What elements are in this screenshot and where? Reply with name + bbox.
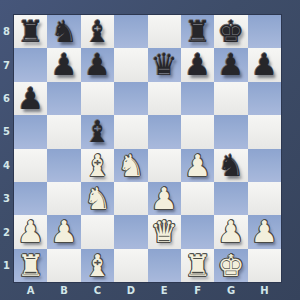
square-c5[interactable]: ♝ [81,115,114,148]
file-label-d: D [114,282,147,298]
square-b1[interactable] [47,249,80,282]
square-e4[interactable] [148,149,181,182]
piece-black-pawn-a6: ♟ [14,82,47,115]
piece-white-rook-f1: ♜ [181,249,214,282]
file-label-f: F [181,282,214,298]
square-g1[interactable]: ♚ [214,249,247,282]
square-h1[interactable] [248,249,281,282]
square-d5[interactable] [114,115,147,148]
square-c4[interactable]: ♝ [81,149,114,182]
square-a5[interactable] [14,115,47,148]
file-label-b: B [47,282,80,298]
square-g4[interactable]: ♞ [214,149,247,182]
square-d1[interactable] [114,249,147,282]
piece-black-queen-e7: ♛ [148,48,181,81]
piece-black-bishop-c5: ♝ [81,115,114,148]
square-h8[interactable] [248,15,281,48]
square-f2[interactable] [181,215,214,248]
piece-black-rook-f8: ♜ [181,15,214,48]
rank-label-1: 1 [0,249,13,282]
rank-label-4: 4 [0,149,13,182]
square-f3[interactable] [181,182,214,215]
rank-label-3: 3 [0,182,13,215]
piece-white-rook-a1: ♜ [14,249,47,282]
square-d7[interactable] [114,48,147,81]
piece-white-knight-c3: ♞ [81,182,114,215]
chess-board-frame: 87654321 ♜♞♝♜♚♟♟♛♟♟♟♟♝♝♞♟♞♞♟♟♟♛♟♟♜♝♜♚ AB… [0,0,300,300]
square-e6[interactable] [148,82,181,115]
file-label-a: A [14,282,47,298]
piece-black-pawn-b7: ♟ [47,48,80,81]
piece-black-bishop-c8: ♝ [81,15,114,48]
square-f7[interactable]: ♟ [181,48,214,81]
piece-white-pawn-h2: ♟ [248,215,281,248]
square-e2[interactable]: ♛ [148,215,181,248]
square-a4[interactable] [14,149,47,182]
square-b4[interactable] [47,149,80,182]
square-c1[interactable]: ♝ [81,249,114,282]
square-f5[interactable] [181,115,214,148]
square-h7[interactable]: ♟ [248,48,281,81]
square-e3[interactable]: ♟ [148,182,181,215]
square-d8[interactable] [114,15,147,48]
square-e1[interactable] [148,249,181,282]
square-c8[interactable]: ♝ [81,15,114,48]
square-a7[interactable] [14,48,47,81]
piece-white-pawn-a2: ♟ [14,215,47,248]
rank-label-8: 8 [0,15,13,48]
square-f8[interactable]: ♜ [181,15,214,48]
piece-white-bishop-c1: ♝ [81,249,114,282]
square-f6[interactable] [181,82,214,115]
square-a6[interactable]: ♟ [14,82,47,115]
file-label-c: C [81,282,114,298]
square-b8[interactable]: ♞ [47,15,80,48]
square-h4[interactable] [248,149,281,182]
piece-white-knight-d4: ♞ [114,149,147,182]
square-f4[interactable]: ♟ [181,149,214,182]
piece-black-pawn-h7: ♟ [248,48,281,81]
square-c6[interactable] [81,82,114,115]
piece-black-knight-g4: ♞ [214,149,247,182]
file-label-h: H [248,282,281,298]
square-b7[interactable]: ♟ [47,48,80,81]
file-label-e: E [148,282,181,298]
piece-black-pawn-g7: ♟ [214,48,247,81]
piece-white-pawn-f4: ♟ [181,149,214,182]
square-b6[interactable] [47,82,80,115]
chess-board: ♜♞♝♜♚♟♟♛♟♟♟♟♝♝♞♟♞♞♟♟♟♛♟♟♜♝♜♚ [14,15,281,282]
piece-white-pawn-g2: ♟ [214,215,247,248]
square-d2[interactable] [114,215,147,248]
piece-white-king-g1: ♚ [214,249,247,282]
piece-white-pawn-b2: ♟ [47,215,80,248]
square-g7[interactable]: ♟ [214,48,247,81]
rank-label-6: 6 [0,82,13,115]
square-d4[interactable]: ♞ [114,149,147,182]
piece-black-pawn-c7: ♟ [81,48,114,81]
square-f1[interactable]: ♜ [181,249,214,282]
square-h5[interactable] [248,115,281,148]
rank-label-7: 7 [0,48,13,81]
piece-black-rook-a8: ♜ [14,15,47,48]
square-g5[interactable] [214,115,247,148]
square-a1[interactable]: ♜ [14,249,47,282]
piece-black-king-g8: ♚ [214,15,247,48]
square-b2[interactable]: ♟ [47,215,80,248]
square-e8[interactable] [148,15,181,48]
square-c3[interactable]: ♞ [81,182,114,215]
square-e5[interactable] [148,115,181,148]
square-d6[interactable] [114,82,147,115]
square-c7[interactable]: ♟ [81,48,114,81]
square-h2[interactable]: ♟ [248,215,281,248]
square-g6[interactable] [214,82,247,115]
file-label-g: G [214,282,247,298]
piece-white-queen-e2: ♛ [148,215,181,248]
square-b5[interactable] [47,115,80,148]
square-a3[interactable] [14,182,47,215]
square-h6[interactable] [248,82,281,115]
square-a8[interactable]: ♜ [14,15,47,48]
piece-white-bishop-c4: ♝ [81,149,114,182]
square-b3[interactable] [47,182,80,215]
square-e7[interactable]: ♛ [148,48,181,81]
square-c2[interactable] [81,215,114,248]
square-g2[interactable]: ♟ [214,215,247,248]
piece-white-pawn-e3: ♟ [148,182,181,215]
rank-label-5: 5 [0,115,13,148]
square-a2[interactable]: ♟ [14,215,47,248]
square-g8[interactable]: ♚ [214,15,247,48]
square-h3[interactable] [248,182,281,215]
piece-black-knight-b8: ♞ [47,15,80,48]
square-d3[interactable] [114,182,147,215]
square-g3[interactable] [214,182,247,215]
rank-label-2: 2 [0,215,13,248]
piece-black-pawn-f7: ♟ [181,48,214,81]
